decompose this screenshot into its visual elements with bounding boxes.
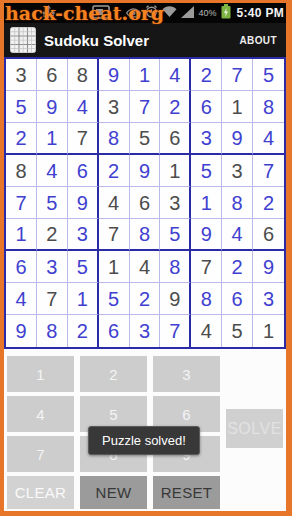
sudoku-cell-r3c9[interactable]: 4 <box>253 123 284 155</box>
sudoku-cell-r1c2[interactable]: 6 <box>37 59 68 91</box>
sudoku-cell-r9c1[interactable]: 9 <box>6 315 37 347</box>
sudoku-cell-r2c3[interactable]: 4 <box>68 91 99 123</box>
sudoku-cell-r2c9[interactable]: 8 <box>253 91 284 123</box>
sudoku-cell-r2c8[interactable]: 1 <box>222 91 253 123</box>
sudoku-cell-r9c8[interactable]: 5 <box>222 315 253 347</box>
sudoku-cell-r9c9[interactable]: 1 <box>253 315 284 347</box>
sudoku-cell-r8c4[interactable]: 5 <box>99 283 130 315</box>
sudoku-cell-r9c6[interactable]: 7 <box>160 315 191 347</box>
sudoku-cell-r2c5[interactable]: 7 <box>130 91 161 123</box>
reset-button[interactable]: RESET <box>153 476 220 509</box>
sudoku-cell-r4c4[interactable]: 2 <box>99 155 130 187</box>
sudoku-cell-r5c7[interactable]: 1 <box>191 187 222 219</box>
sudoku-cell-r9c2[interactable]: 8 <box>37 315 68 347</box>
watermark-text: hack-cheat.org <box>5 3 164 24</box>
sudoku-cell-r5c4[interactable]: 4 <box>99 187 130 219</box>
sudoku-cell-r4c5[interactable]: 9 <box>130 155 161 187</box>
sudoku-cell-r7c2[interactable]: 3 <box>37 251 68 283</box>
sudoku-cell-r9c7[interactable]: 4 <box>191 315 222 347</box>
sudoku-cell-r8c5[interactable]: 2 <box>130 283 161 315</box>
app-window: hack-cheat.org 40% 5:40 PM Sudok <box>0 0 292 516</box>
sudoku-cell-r1c3[interactable]: 8 <box>68 59 99 91</box>
button-panel: 123 456 789 SOLVE CLEAR NEW RESET Puzzle… <box>4 349 286 511</box>
sudoku-cell-r7c9[interactable]: 9 <box>253 251 284 283</box>
sudoku-grid-icon <box>10 27 36 53</box>
sudoku-cell-r3c3[interactable]: 7 <box>68 123 99 155</box>
sudoku-cell-r3c2[interactable]: 1 <box>37 123 68 155</box>
sudoku-cell-r7c4[interactable]: 1 <box>99 251 130 283</box>
sudoku-cell-r1c8[interactable]: 7 <box>222 59 253 91</box>
toast-message: Puzzle solved! <box>88 426 200 455</box>
sudoku-cell-r8c3[interactable]: 1 <box>68 283 99 315</box>
sudoku-cell-r8c7[interactable]: 8 <box>191 283 222 315</box>
battery-icon <box>221 4 231 23</box>
sudoku-cell-r4c7[interactable]: 5 <box>191 155 222 187</box>
keypad-button-2[interactable]: 2 <box>80 356 147 392</box>
sudoku-cell-r3c1[interactable]: 2 <box>6 123 37 155</box>
sudoku-cell-r9c4[interactable]: 6 <box>99 315 130 347</box>
sudoku-cell-r8c1[interactable]: 4 <box>6 283 37 315</box>
sudoku-cell-r8c9[interactable]: 3 <box>253 283 284 315</box>
sudoku-cell-r2c2[interactable]: 9 <box>37 91 68 123</box>
sudoku-cell-r2c4[interactable]: 3 <box>99 91 130 123</box>
sudoku-cell-r4c9[interactable]: 7 <box>253 155 284 187</box>
sudoku-cell-r7c6[interactable]: 8 <box>160 251 191 283</box>
sudoku-cell-r4c2[interactable]: 4 <box>37 155 68 187</box>
sudoku-cell-r5c5[interactable]: 6 <box>130 187 161 219</box>
sudoku-cell-r5c1[interactable]: 7 <box>6 187 37 219</box>
sudoku-cell-r3c8[interactable]: 9 <box>222 123 253 155</box>
keypad-button-4[interactable]: 4 <box>7 396 74 432</box>
sudoku-cell-r6c2[interactable]: 2 <box>37 219 68 251</box>
sudoku-cell-r2c1[interactable]: 5 <box>6 91 37 123</box>
sudoku-cell-r6c3[interactable]: 3 <box>68 219 99 251</box>
sudoku-cell-r1c1[interactable]: 3 <box>6 59 37 91</box>
battery-percent: 40% <box>199 8 217 18</box>
sudoku-cell-r9c3[interactable]: 2 <box>68 315 99 347</box>
sudoku-cell-r3c5[interactable]: 5 <box>130 123 161 155</box>
sudoku-cell-r9c5[interactable]: 3 <box>130 315 161 347</box>
sudoku-cell-r1c6[interactable]: 4 <box>160 59 191 91</box>
sudoku-cell-r2c7[interactable]: 6 <box>191 91 222 123</box>
status-bar: hack-cheat.org 40% 5:40 PM <box>4 3 286 23</box>
about-button[interactable]: ABOUT <box>239 35 277 46</box>
sudoku-cell-r6c8[interactable]: 4 <box>222 219 253 251</box>
clear-button[interactable]: CLEAR <box>7 476 74 509</box>
sudoku-cell-r7c5[interactable]: 4 <box>130 251 161 283</box>
sudoku-cell-r6c6[interactable]: 5 <box>160 219 191 251</box>
sudoku-cell-r2c6[interactable]: 2 <box>160 91 191 123</box>
sudoku-cell-r4c1[interactable]: 8 <box>6 155 37 187</box>
sudoku-cell-r6c1[interactable]: 1 <box>6 219 37 251</box>
sudoku-cell-r6c9[interactable]: 6 <box>253 219 284 251</box>
sudoku-cell-r6c4[interactable]: 7 <box>99 219 130 251</box>
sudoku-cell-r5c2[interactable]: 5 <box>37 187 68 219</box>
sudoku-cell-r4c8[interactable]: 3 <box>222 155 253 187</box>
sudoku-board: 3689142755943726182178563948462915377594… <box>4 57 286 349</box>
sudoku-cell-r5c3[interactable]: 9 <box>68 187 99 219</box>
clock-text: 5:40 PM <box>237 6 284 20</box>
sudoku-cell-r5c6[interactable]: 3 <box>160 187 191 219</box>
solve-button[interactable]: SOLVE <box>226 409 283 448</box>
sudoku-cell-r1c4[interactable]: 9 <box>99 59 130 91</box>
sudoku-cell-r3c7[interactable]: 3 <box>191 123 222 155</box>
action-bar: Sudoku Solver ABOUT <box>4 23 286 57</box>
sudoku-cell-r1c5[interactable]: 1 <box>130 59 161 91</box>
sudoku-cell-r5c9[interactable]: 2 <box>253 187 284 219</box>
sudoku-cell-r6c5[interactable]: 8 <box>130 219 161 251</box>
keypad-row-1: 123 <box>7 356 220 392</box>
sudoku-cell-r6c7[interactable]: 9 <box>191 219 222 251</box>
signal-icon <box>181 4 194 22</box>
sudoku-cell-r3c4[interactable]: 8 <box>99 123 130 155</box>
keypad-button-7[interactable]: 7 <box>7 436 74 472</box>
sudoku-cell-r5c8[interactable]: 8 <box>222 187 253 219</box>
sudoku-cell-r8c2[interactable]: 7 <box>37 283 68 315</box>
sudoku-cell-r8c8[interactable]: 6 <box>222 283 253 315</box>
sudoku-cell-r7c7[interactable]: 7 <box>191 251 222 283</box>
sudoku-cell-r7c1[interactable]: 6 <box>6 251 37 283</box>
sudoku-cell-r3c6[interactable]: 6 <box>160 123 191 155</box>
keypad-button-1[interactable]: 1 <box>7 356 74 392</box>
sudoku-cell-r7c8[interactable]: 2 <box>222 251 253 283</box>
new-button[interactable]: NEW <box>80 476 147 509</box>
keypad-button-3[interactable]: 3 <box>153 356 220 392</box>
sudoku-cell-r8c6[interactable]: 9 <box>160 283 191 315</box>
sudoku-cell-r4c3[interactable]: 6 <box>68 155 99 187</box>
sudoku-cell-r1c9[interactable]: 5 <box>253 59 284 91</box>
sudoku-cell-r7c3[interactable]: 5 <box>68 251 99 283</box>
sudoku-cell-r4c6[interactable]: 1 <box>160 155 191 187</box>
page-title: Sudoku Solver <box>44 32 239 49</box>
bottom-button-row: CLEAR NEW RESET <box>7 476 220 509</box>
sudoku-cell-r1c7[interactable]: 2 <box>191 59 222 91</box>
